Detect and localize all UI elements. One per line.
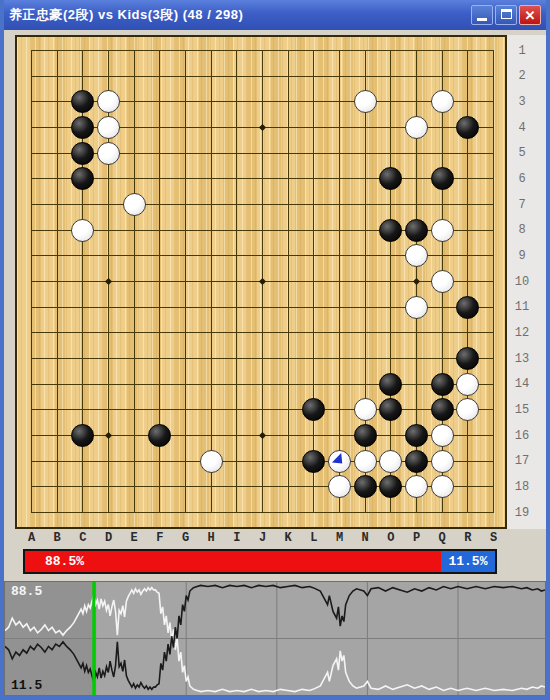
row-label: 16 — [509, 428, 535, 444]
column-label: F — [151, 531, 169, 545]
stone-white — [328, 450, 351, 473]
row-label: 18 — [509, 479, 535, 495]
stone-white — [431, 475, 454, 498]
stone-white — [97, 142, 120, 165]
stone-white — [379, 450, 402, 473]
window-title: 养正忠豪(2段) vs Kids(3段) (48 / 298) — [9, 6, 243, 24]
stone-black — [354, 424, 377, 447]
row-label: 8 — [509, 222, 535, 238]
row-label: 6 — [509, 171, 535, 187]
column-label: A — [23, 531, 41, 545]
stone-black — [405, 450, 428, 473]
column-label: O — [382, 531, 400, 545]
maximize-button[interactable] — [495, 5, 517, 25]
column-label: P — [408, 531, 426, 545]
column-label: M — [331, 531, 349, 545]
stone-white — [97, 116, 120, 139]
column-label: S — [485, 531, 503, 545]
row-label: 12 — [509, 325, 535, 341]
last-move-marker — [329, 451, 350, 472]
row-label: 1 — [509, 43, 535, 59]
column-labels-strip: ABCDEFGHIJKLMNOPQRS — [15, 531, 507, 545]
column-label: E — [125, 531, 143, 545]
column-label: J — [254, 531, 272, 545]
row-label: 7 — [509, 197, 535, 213]
winrate-bar: 88.5% 11.5% — [23, 549, 497, 574]
close-button[interactable]: ✕ — [519, 5, 541, 25]
row-labels-strip: 12345678910111213141516171819 — [507, 35, 546, 529]
row-label: 5 — [509, 145, 535, 161]
stone-black — [379, 219, 402, 242]
title-bar[interactable]: 养正忠豪(2段) vs Kids(3段) (48 / 298) ✕ — [4, 0, 546, 30]
column-label: K — [279, 531, 297, 545]
stone-black — [354, 475, 377, 498]
blue-winrate-label: 11.5% — [448, 551, 487, 572]
column-label: B — [48, 531, 66, 545]
minimize-icon — [477, 18, 487, 21]
stone-black — [431, 167, 454, 190]
row-label: 11 — [509, 299, 535, 315]
stone-white — [456, 373, 479, 396]
stone-white — [431, 270, 454, 293]
stone-black — [431, 398, 454, 421]
row-label: 4 — [509, 120, 535, 136]
graph-bottom-value: 11.5 — [11, 678, 42, 693]
stone-white — [354, 398, 377, 421]
red-winrate-label: 88.5% — [45, 551, 84, 572]
stone-white — [71, 219, 94, 242]
column-label: D — [100, 531, 118, 545]
row-label: 9 — [509, 248, 535, 264]
stone-black — [405, 424, 428, 447]
stone-white — [431, 219, 454, 242]
winrate-blue-segment: 11.5% — [441, 551, 495, 572]
window-content: 12345678910111213141516171819 ABCDEFGHIJ… — [4, 30, 546, 696]
go-board[interactable] — [15, 35, 507, 529]
row-label: 2 — [509, 68, 535, 84]
stone-white — [431, 90, 454, 113]
column-label: I — [228, 531, 246, 545]
row-label: 10 — [509, 274, 535, 290]
winrate-red-segment: 88.5% — [25, 551, 441, 572]
maximize-icon — [501, 9, 512, 19]
column-label: G — [177, 531, 195, 545]
stone-white — [431, 450, 454, 473]
row-label: 19 — [509, 505, 535, 521]
column-label: L — [305, 531, 323, 545]
app-window: 养正忠豪(2段) vs Kids(3段) (48 / 298) ✕ 123456… — [0, 0, 550, 700]
window-controls: ✕ — [471, 5, 541, 25]
row-label: 3 — [509, 94, 535, 110]
stone-black — [431, 373, 454, 396]
row-label: 13 — [509, 351, 535, 367]
stone-white — [431, 424, 454, 447]
minimize-button[interactable] — [471, 5, 493, 25]
stone-white — [354, 90, 377, 113]
stone-black — [379, 373, 402, 396]
winrate-graph-canvas — [5, 582, 545, 695]
stone-white — [354, 450, 377, 473]
graph-top-value: 88.5 — [11, 584, 42, 599]
row-label: 15 — [509, 402, 535, 418]
stone-white — [123, 193, 146, 216]
stone-black — [405, 219, 428, 242]
stone-black — [302, 450, 325, 473]
column-label: N — [356, 531, 374, 545]
column-label: Q — [433, 531, 451, 545]
stone-black — [456, 296, 479, 319]
close-icon: ✕ — [525, 8, 536, 23]
column-label: R — [459, 531, 477, 545]
winrate-graph[interactable]: 88.5 11.5 — [4, 581, 546, 696]
row-label: 17 — [509, 453, 535, 469]
column-label: C — [74, 531, 92, 545]
row-label: 14 — [509, 376, 535, 392]
column-label: H — [202, 531, 220, 545]
stone-white — [405, 296, 428, 319]
stone-black — [71, 142, 94, 165]
stone-white — [200, 450, 223, 473]
stone-white — [405, 116, 428, 139]
